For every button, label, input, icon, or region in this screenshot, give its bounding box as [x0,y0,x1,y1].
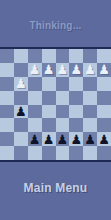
square-r3-c5[interactable] [69,91,83,105]
square-r1-c3[interactable]: ♟ [42,63,56,77]
square-r0-c3[interactable] [42,49,56,63]
black-pawn: ♟ [84,132,96,145]
square-r4-c2[interactable] [28,105,42,119]
black-pawn: ♟ [43,132,55,145]
square-r3-c6[interactable] [83,91,97,105]
square-r6-c2[interactable]: ♟ [28,132,42,146]
square-r1-c2[interactable]: ♟ [28,63,42,77]
square-r7-c4[interactable] [56,146,70,160]
square-r7-c5[interactable] [69,146,83,160]
square-r7-c2[interactable] [28,146,42,160]
square-r7-c6[interactable] [83,146,97,160]
square-r2-c5[interactable] [69,77,83,91]
black-pawn: ♟ [29,132,41,145]
square-r4-c7[interactable] [97,105,111,119]
board: ♟♟♟♟♟♟♟♟♟♟♟♟♟♟ [0,49,111,160]
square-r6-c5[interactable]: ♟ [69,132,83,146]
square-r0-c0[interactable] [0,49,14,63]
square-r3-c7[interactable] [97,91,111,105]
square-r1-c4[interactable]: ♟ [56,63,70,77]
thinking-status-text: Thinking... [29,16,81,31]
main-menu-button[interactable]: Main Menu [24,181,88,201]
square-r6-c1[interactable] [14,132,28,146]
black-pawn: ♟ [98,132,110,145]
square-r2-c7[interactable] [97,77,111,91]
square-r2-c0[interactable] [0,77,14,91]
square-r3-c1[interactable] [14,91,28,105]
square-r4-c4[interactable] [56,105,70,119]
square-r3-c3[interactable] [42,91,56,105]
black-pawn: ♟ [70,132,82,145]
square-r5-c6[interactable] [83,118,97,132]
square-r2-c2[interactable] [28,77,42,91]
square-r4-c5[interactable] [69,105,83,119]
square-r5-c7[interactable] [97,118,111,132]
white-pawn: ♟ [70,63,82,76]
square-r7-c0[interactable] [0,146,14,160]
black-pawn: ♟ [15,105,27,118]
square-r5-c4[interactable] [56,118,70,132]
square-r4-c1[interactable]: ♟ [14,105,28,119]
square-r6-c4[interactable]: ♟ [56,132,70,146]
square-r6-c3[interactable]: ♟ [42,132,56,146]
square-r5-c1[interactable] [14,118,28,132]
square-r5-c5[interactable] [69,118,83,132]
square-r3-c2[interactable] [28,91,42,105]
square-r2-c4[interactable] [56,77,70,91]
square-r6-c0[interactable] [0,132,14,146]
square-r0-c6[interactable] [83,49,97,63]
status-bar: Thinking... [0,0,111,47]
square-r1-c6[interactable]: ♟ [83,63,97,77]
square-r1-c1[interactable] [14,63,28,77]
square-r1-c7[interactable]: ♟ [97,63,111,77]
square-r0-c5[interactable] [69,49,83,63]
white-pawn: ♟ [98,63,110,76]
square-r0-c4[interactable] [56,49,70,63]
white-pawn: ♟ [43,63,55,76]
square-r6-c6[interactable]: ♟ [83,132,97,146]
square-r0-c7[interactable] [97,49,111,63]
square-r7-c1[interactable] [14,146,28,160]
square-r7-c3[interactable] [42,146,56,160]
white-pawn: ♟ [29,63,41,76]
square-r0-c2[interactable] [28,49,42,63]
chess-app-window: Thinking... ♟♟♟♟♟♟♟♟♟♟♟♟♟♟ Main Menu [0,0,111,220]
square-r4-c3[interactable] [42,105,56,119]
square-r3-c0[interactable] [0,91,14,105]
board-frame: ♟♟♟♟♟♟♟♟♟♟♟♟♟♟ [0,47,111,162]
square-r2-c6[interactable] [83,77,97,91]
square-r5-c2[interactable] [28,118,42,132]
white-pawn: ♟ [84,63,96,76]
footer-bar: Main Menu [0,162,111,220]
square-r3-c4[interactable] [56,91,70,105]
square-r5-c0[interactable] [0,118,14,132]
square-r1-c0[interactable] [0,63,14,77]
square-r0-c1[interactable] [14,49,28,63]
square-r4-c6[interactable] [83,105,97,119]
square-r6-c7[interactable]: ♟ [97,132,111,146]
white-pawn: ♟ [15,77,27,90]
square-r7-c7[interactable] [97,146,111,160]
white-pawn: ♟ [57,63,69,76]
square-r4-c0[interactable] [0,105,14,119]
black-pawn: ♟ [57,132,69,145]
square-r5-c3[interactable] [42,118,56,132]
square-r2-c1[interactable]: ♟ [14,77,28,91]
square-r2-c3[interactable] [42,77,56,91]
square-r1-c5[interactable]: ♟ [69,63,83,77]
